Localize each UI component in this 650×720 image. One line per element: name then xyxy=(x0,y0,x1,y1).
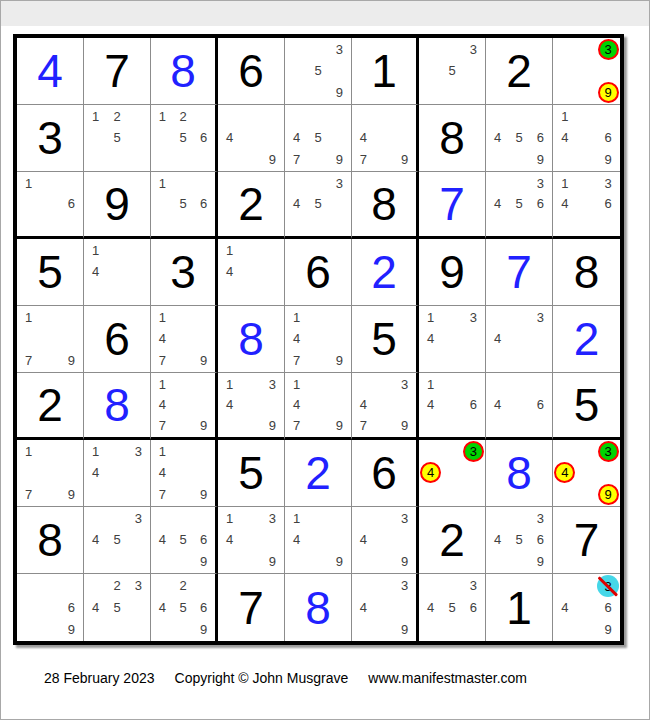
candidate-3-green: 3 xyxy=(463,441,484,462)
cell-r3c8[interactable]: 3456 xyxy=(486,172,553,239)
candidate-grid: 359 xyxy=(285,38,351,104)
candidate-3: 3 xyxy=(394,575,415,597)
candidate-grid: 1479 xyxy=(285,373,351,437)
candidate-4-yellow: 4 xyxy=(420,462,441,483)
cell-r2c3[interactable]: 1256 xyxy=(151,105,218,172)
candidate-grid: 3456 xyxy=(486,172,552,236)
cell-r6c1[interactable]: 2 xyxy=(17,373,84,440)
candidate-5: 5 xyxy=(173,597,194,619)
candidate-grid: 146 xyxy=(419,373,485,437)
cell-r7c5[interactable]: 2 xyxy=(285,440,352,507)
candidate-3-green: 3 xyxy=(598,441,619,462)
candidate-9-yellow: 9 xyxy=(598,484,619,505)
candidate-grid: 1349 xyxy=(218,373,284,437)
cell-r2c7[interactable]: 8 xyxy=(419,105,486,172)
cell-r5c8[interactable]: 34 xyxy=(486,306,553,373)
cell-r9c6[interactable]: 349 xyxy=(352,574,419,641)
candidate-grid: 1346 xyxy=(553,172,620,236)
solved-digit: 4 xyxy=(17,38,83,104)
candidate-3-cyan-slash: 3 xyxy=(597,575,619,597)
candidate-grid: 134 xyxy=(419,306,485,372)
candidate-grid: 46 xyxy=(486,373,552,437)
cell-r7c4[interactable]: 5 xyxy=(218,440,285,507)
candidate-9: 9 xyxy=(597,619,619,641)
candidate-6: 6 xyxy=(597,127,619,148)
cell-r3c2[interactable]: 9 xyxy=(84,172,151,239)
candidate-4: 4 xyxy=(554,597,576,619)
candidate-3: 3 xyxy=(530,173,551,194)
cell-r4c8[interactable]: 7 xyxy=(486,239,553,306)
candidate-4: 4 xyxy=(152,328,173,349)
candidate-grid: 24569 xyxy=(151,574,215,641)
candidate-9: 9 xyxy=(329,149,350,170)
candidate-7: 7 xyxy=(286,350,307,371)
cell-r7c9[interactable]: 349 xyxy=(553,440,620,507)
cell-r3c1[interactable]: 16 xyxy=(17,172,84,239)
candidate-grid: 35 xyxy=(419,38,485,104)
given-digit: 8 xyxy=(17,507,83,573)
given-digit: 5 xyxy=(352,306,416,372)
given-digit: 1 xyxy=(486,574,552,641)
candidate-1: 1 xyxy=(85,441,106,462)
candidate-grid: 1469 xyxy=(553,105,620,171)
candidate-grid: 14 xyxy=(84,239,150,305)
cell-r3c6[interactable]: 8 xyxy=(352,172,419,239)
cell-r8c4[interactable]: 1349 xyxy=(218,507,285,574)
candidate-4: 4 xyxy=(286,127,307,148)
candidate-9: 9 xyxy=(193,484,214,505)
cell-r2c4[interactable]: 49 xyxy=(218,105,285,172)
candidate-5: 5 xyxy=(508,194,529,215)
candidate-9: 9 xyxy=(193,350,214,371)
candidate-4: 4 xyxy=(286,194,307,215)
cell-r5c7[interactable]: 134 xyxy=(419,306,486,373)
cell-r1c9[interactable]: 39 xyxy=(553,38,620,105)
candidate-6: 6 xyxy=(61,194,82,215)
cell-r9c2[interactable]: 2345 xyxy=(84,574,151,641)
candidate-9: 9 xyxy=(329,551,350,572)
candidate-9: 9 xyxy=(61,618,82,640)
cell-r8c8[interactable]: 34569 xyxy=(486,507,553,574)
candidate-7: 7 xyxy=(18,484,39,505)
cell-r4c6[interactable]: 2 xyxy=(352,239,419,306)
candidate-5: 5 xyxy=(106,597,127,619)
candidate-grid: 1349 xyxy=(218,507,284,573)
cell-r5c9[interactable]: 2 xyxy=(553,306,620,373)
candidate-3: 3 xyxy=(530,508,551,529)
candidate-6: 6 xyxy=(193,597,214,619)
cell-r1c3[interactable]: 8 xyxy=(151,38,218,105)
candidate-7: 7 xyxy=(18,350,39,371)
candidate-1: 1 xyxy=(286,508,307,529)
candidate-1: 1 xyxy=(554,106,576,127)
cell-r4c5[interactable]: 6 xyxy=(285,239,352,306)
cell-r2c1[interactable]: 3 xyxy=(17,105,84,172)
candidate-1: 1 xyxy=(420,374,441,395)
candidate-4: 4 xyxy=(353,529,374,550)
candidate-9: 9 xyxy=(329,415,350,436)
candidate-3: 3 xyxy=(262,508,283,529)
sudoku-board: 4786359135239312512564945794798456914691… xyxy=(13,34,624,645)
candidate-1: 1 xyxy=(554,173,576,194)
given-digit: 5 xyxy=(553,373,620,437)
candidate-9: 9 xyxy=(193,551,214,572)
candidate-grid: 3479 xyxy=(352,373,416,437)
candidate-9: 9 xyxy=(61,484,82,505)
candidate-grid: 1479 xyxy=(285,306,351,372)
candidate-4: 4 xyxy=(420,597,441,619)
candidate-grid: 39 xyxy=(553,38,620,104)
candidate-9: 9 xyxy=(193,415,214,436)
candidate-6: 6 xyxy=(463,395,484,416)
cell-r3c3[interactable]: 156 xyxy=(151,172,218,239)
given-digit: 7 xyxy=(553,507,620,573)
candidate-5: 5 xyxy=(106,127,127,148)
given-digit: 7 xyxy=(84,38,150,104)
candidate-5: 5 xyxy=(508,127,529,148)
cell-r3c4[interactable]: 2 xyxy=(218,172,285,239)
given-digit: 6 xyxy=(218,38,284,104)
given-digit: 5 xyxy=(218,440,284,506)
cell-r5c6[interactable]: 5 xyxy=(352,306,419,373)
candidate-6: 6 xyxy=(193,194,214,215)
cell-r7c2[interactable]: 134 xyxy=(84,440,151,507)
given-digit: 6 xyxy=(352,440,416,506)
cell-r5c3[interactable]: 1479 xyxy=(151,306,218,373)
candidate-2: 2 xyxy=(173,575,194,597)
candidate-3: 3 xyxy=(463,39,484,60)
candidate-4: 4 xyxy=(487,127,508,148)
solved-digit: 2 xyxy=(352,239,416,305)
cell-r2c6[interactable]: 479 xyxy=(352,105,419,172)
candidate-grid: 4569 xyxy=(151,507,215,573)
cell-r6c4[interactable]: 1349 xyxy=(218,373,285,440)
cell-r7c3[interactable]: 1479 xyxy=(151,440,218,507)
cell-r8c2[interactable]: 345 xyxy=(84,507,151,574)
candidate-grid: 1256 xyxy=(151,105,215,171)
cell-r3c9[interactable]: 1346 xyxy=(553,172,620,239)
sudoku-page: 4786359135239312512564945794798456914691… xyxy=(0,0,650,720)
cell-r8c6[interactable]: 349 xyxy=(352,507,419,574)
candidate-grid: 349 xyxy=(352,574,416,641)
cell-r1c1[interactable]: 4 xyxy=(17,38,84,105)
solved-digit: 7 xyxy=(419,172,485,236)
candidate-1: 1 xyxy=(152,307,173,328)
candidate-1: 1 xyxy=(18,307,39,328)
candidate-1: 1 xyxy=(219,508,240,529)
cell-r9c4[interactable]: 7 xyxy=(218,574,285,641)
candidate-4: 4 xyxy=(85,529,106,550)
cell-r9c1[interactable]: 69 xyxy=(17,574,84,641)
candidate-2: 2 xyxy=(106,575,127,597)
cell-r7c8[interactable]: 8 xyxy=(486,440,553,507)
given-digit: 8 xyxy=(553,239,620,305)
given-digit: 2 xyxy=(419,507,485,573)
solved-digit: 2 xyxy=(285,440,351,506)
candidate-3: 3 xyxy=(394,508,415,529)
solved-digit: 7 xyxy=(486,239,552,305)
candidate-grid: 34 xyxy=(419,440,485,506)
given-digit: 7 xyxy=(218,574,284,641)
cell-r1c2[interactable]: 7 xyxy=(84,38,151,105)
candidate-4: 4 xyxy=(85,462,106,483)
solved-digit: 8 xyxy=(84,373,150,437)
candidate-1: 1 xyxy=(18,441,39,462)
candidate-1: 1 xyxy=(420,307,441,328)
candidate-9: 9 xyxy=(61,350,82,371)
candidate-4: 4 xyxy=(487,328,508,349)
candidate-6: 6 xyxy=(530,395,551,416)
given-digit: 9 xyxy=(84,172,150,236)
candidate-4: 4 xyxy=(554,194,576,215)
given-digit: 6 xyxy=(84,306,150,372)
candidate-2: 2 xyxy=(173,106,194,127)
candidate-grid: 4579 xyxy=(285,105,351,171)
given-digit: 8 xyxy=(419,105,485,171)
candidate-1: 1 xyxy=(85,240,106,261)
candidate-4: 4 xyxy=(286,529,307,550)
cell-r1c7[interactable]: 35 xyxy=(419,38,486,105)
cell-r8c3[interactable]: 4569 xyxy=(151,507,218,574)
cell-r7c7[interactable]: 34 xyxy=(419,440,486,507)
candidate-grid: 69 xyxy=(17,574,83,641)
candidate-grid: 1479 xyxy=(151,306,215,372)
cell-r9c5[interactable]: 8 xyxy=(285,574,352,641)
candidate-4: 4 xyxy=(353,597,374,619)
solved-digit: 8 xyxy=(218,306,284,372)
candidate-5: 5 xyxy=(173,529,194,550)
candidate-1: 1 xyxy=(219,374,240,395)
candidate-7: 7 xyxy=(353,149,374,170)
cell-r9c3[interactable]: 24569 xyxy=(151,574,218,641)
cell-r5c5[interactable]: 1479 xyxy=(285,306,352,373)
candidate-3: 3 xyxy=(463,307,484,328)
candidate-grid: 479 xyxy=(352,105,416,171)
candidate-5: 5 xyxy=(441,60,462,81)
given-digit: 3 xyxy=(17,105,83,171)
given-digit: 9 xyxy=(419,239,485,305)
candidate-4: 4 xyxy=(554,127,576,148)
solved-digit: 8 xyxy=(486,440,552,506)
candidate-2: 2 xyxy=(106,106,127,127)
cell-r8c7[interactable]: 2 xyxy=(419,507,486,574)
candidate-4: 4 xyxy=(219,127,240,148)
candidate-1: 1 xyxy=(152,106,173,127)
cell-r1c4[interactable]: 6 xyxy=(218,38,285,105)
cell-r4c2[interactable]: 14 xyxy=(84,239,151,306)
solved-digit: 8 xyxy=(285,574,351,641)
cell-r6c5[interactable]: 1479 xyxy=(285,373,352,440)
candidate-4: 4 xyxy=(487,194,508,215)
cell-r6c8[interactable]: 46 xyxy=(486,373,553,440)
cell-r6c3[interactable]: 1479 xyxy=(151,373,218,440)
candidate-3: 3 xyxy=(394,374,415,395)
candidate-6: 6 xyxy=(530,127,551,148)
candidate-grid: 3456 xyxy=(419,574,485,641)
candidate-grid: 179 xyxy=(17,306,83,372)
cell-r4c3[interactable]: 3 xyxy=(151,239,218,306)
cell-r8c9[interactable]: 7 xyxy=(553,507,620,574)
candidate-9: 9 xyxy=(262,149,283,170)
footer-date: 28 February 2023 xyxy=(44,670,155,686)
cell-r8c1[interactable]: 8 xyxy=(17,507,84,574)
candidate-3: 3 xyxy=(463,575,484,597)
candidate-4: 4 xyxy=(420,328,441,349)
candidate-6: 6 xyxy=(530,194,551,215)
candidate-7: 7 xyxy=(152,484,173,505)
cell-r5c2[interactable]: 6 xyxy=(84,306,151,373)
solved-digit: 2 xyxy=(553,306,620,372)
candidate-9: 9 xyxy=(262,551,283,572)
candidate-grid: 1479 xyxy=(151,440,215,506)
candidate-grid: 134 xyxy=(84,440,150,506)
candidate-grid: 2345 xyxy=(84,574,150,641)
candidate-9: 9 xyxy=(193,618,214,640)
candidate-9: 9 xyxy=(530,551,551,572)
candidate-9: 9 xyxy=(597,149,619,170)
candidate-4: 4 xyxy=(219,529,240,550)
cell-r5c4[interactable]: 8 xyxy=(218,306,285,373)
candidate-1: 1 xyxy=(286,307,307,328)
candidate-6: 6 xyxy=(597,597,619,619)
candidate-4: 4 xyxy=(219,261,240,282)
candidate-3: 3 xyxy=(329,39,350,60)
cell-r8c5[interactable]: 149 xyxy=(285,507,352,574)
footer-website[interactable]: www.manifestmaster.com xyxy=(368,670,527,686)
cell-r4c7[interactable]: 9 xyxy=(419,239,486,306)
top-gray-band xyxy=(1,1,649,26)
given-digit: 3 xyxy=(151,239,215,305)
cell-r9c8[interactable]: 1 xyxy=(486,574,553,641)
candidate-5: 5 xyxy=(307,127,328,148)
candidate-4: 4 xyxy=(286,328,307,349)
candidate-4: 4 xyxy=(353,395,374,416)
candidate-grid: 1479 xyxy=(151,373,215,437)
candidate-5: 5 xyxy=(307,60,328,81)
given-digit: 5 xyxy=(17,239,83,305)
given-digit: 6 xyxy=(285,239,351,305)
candidate-9: 9 xyxy=(394,618,415,640)
candidate-4: 4 xyxy=(152,597,173,619)
candidate-4: 4 xyxy=(420,395,441,416)
candidate-grid: 34569 xyxy=(486,507,552,573)
cell-r9c9[interactable]: 3469 xyxy=(553,574,620,641)
candidate-1: 1 xyxy=(152,374,173,395)
cell-r2c9[interactable]: 1469 xyxy=(553,105,620,172)
candidate-3: 3 xyxy=(128,508,149,529)
candidate-5: 5 xyxy=(173,127,194,148)
cell-r2c2[interactable]: 125 xyxy=(84,105,151,172)
candidate-grid: 156 xyxy=(151,172,215,236)
candidate-1: 1 xyxy=(219,240,240,261)
cell-r7c6[interactable]: 6 xyxy=(352,440,419,507)
candidate-6: 6 xyxy=(61,597,82,619)
cell-r1c5[interactable]: 359 xyxy=(285,38,352,105)
cell-r4c9[interactable]: 8 xyxy=(553,239,620,306)
candidate-4-yellow: 4 xyxy=(554,462,575,483)
cell-r2c5[interactable]: 4579 xyxy=(285,105,352,172)
candidate-grid: 149 xyxy=(285,507,351,573)
footer-copyright: Copyright © John Musgrave xyxy=(175,670,349,686)
candidate-6: 6 xyxy=(193,127,214,148)
candidate-1: 1 xyxy=(85,106,106,127)
candidate-9: 9 xyxy=(530,149,551,170)
candidate-3: 3 xyxy=(262,374,283,395)
candidate-grid: 49 xyxy=(218,105,284,171)
candidate-1: 1 xyxy=(18,173,39,194)
candidate-3: 3 xyxy=(329,173,350,194)
candidate-3-green: 3 xyxy=(598,39,619,60)
candidate-5: 5 xyxy=(307,194,328,215)
given-digit: 2 xyxy=(486,38,552,104)
cell-r4c1[interactable]: 5 xyxy=(17,239,84,306)
candidate-7: 7 xyxy=(286,149,307,170)
cell-r2c8[interactable]: 4569 xyxy=(486,105,553,172)
footer: 28 February 2023 Copyright © John Musgra… xyxy=(44,670,527,686)
candidate-7: 7 xyxy=(353,415,374,436)
cell-r6c7[interactable]: 146 xyxy=(419,373,486,440)
candidate-4: 4 xyxy=(152,529,173,550)
candidate-3: 3 xyxy=(597,173,619,194)
candidate-6: 6 xyxy=(193,529,214,550)
candidate-3: 3 xyxy=(530,307,551,328)
candidate-grid: 345 xyxy=(84,507,150,573)
candidate-grid: 179 xyxy=(17,440,83,506)
given-digit: 2 xyxy=(218,172,284,236)
candidate-5: 5 xyxy=(441,597,462,619)
candidate-1: 1 xyxy=(152,173,173,194)
candidate-4: 4 xyxy=(85,261,106,282)
cell-r4c4[interactable]: 14 xyxy=(218,239,285,306)
candidate-grid: 349 xyxy=(352,507,416,573)
candidate-7: 7 xyxy=(286,415,307,436)
candidate-6: 6 xyxy=(530,529,551,550)
given-digit: 2 xyxy=(17,373,83,437)
candidate-6: 6 xyxy=(597,194,619,215)
candidate-5: 5 xyxy=(508,529,529,550)
candidate-6: 6 xyxy=(463,597,484,619)
cell-r6c6[interactable]: 3479 xyxy=(352,373,419,440)
candidate-1: 1 xyxy=(286,374,307,395)
candidate-grid: 125 xyxy=(84,105,150,171)
candidate-9: 9 xyxy=(329,82,350,103)
candidate-4: 4 xyxy=(219,395,240,416)
cell-r6c9[interactable]: 5 xyxy=(553,373,620,440)
candidate-4: 4 xyxy=(152,462,173,483)
cell-r3c5[interactable]: 345 xyxy=(285,172,352,239)
cell-r3c7[interactable]: 7 xyxy=(419,172,486,239)
candidate-4: 4 xyxy=(152,395,173,416)
candidate-1: 1 xyxy=(152,441,173,462)
cell-r9c7[interactable]: 3456 xyxy=(419,574,486,641)
candidate-5: 5 xyxy=(106,529,127,550)
candidate-9: 9 xyxy=(394,415,415,436)
cell-r6c2[interactable]: 8 xyxy=(84,373,151,440)
candidate-4: 4 xyxy=(353,127,374,148)
candidate-3: 3 xyxy=(128,575,149,597)
candidate-9-yellow: 9 xyxy=(598,82,619,103)
candidate-4: 4 xyxy=(487,529,508,550)
candidate-9: 9 xyxy=(329,350,350,371)
cell-r1c6[interactable]: 1 xyxy=(352,38,419,105)
cell-r7c1[interactable]: 179 xyxy=(17,440,84,507)
candidate-4: 4 xyxy=(487,395,508,416)
given-digit: 8 xyxy=(352,172,416,236)
candidate-9: 9 xyxy=(394,149,415,170)
cell-r1c8[interactable]: 2 xyxy=(486,38,553,105)
cell-r5c1[interactable]: 179 xyxy=(17,306,84,373)
candidate-7: 7 xyxy=(152,415,173,436)
